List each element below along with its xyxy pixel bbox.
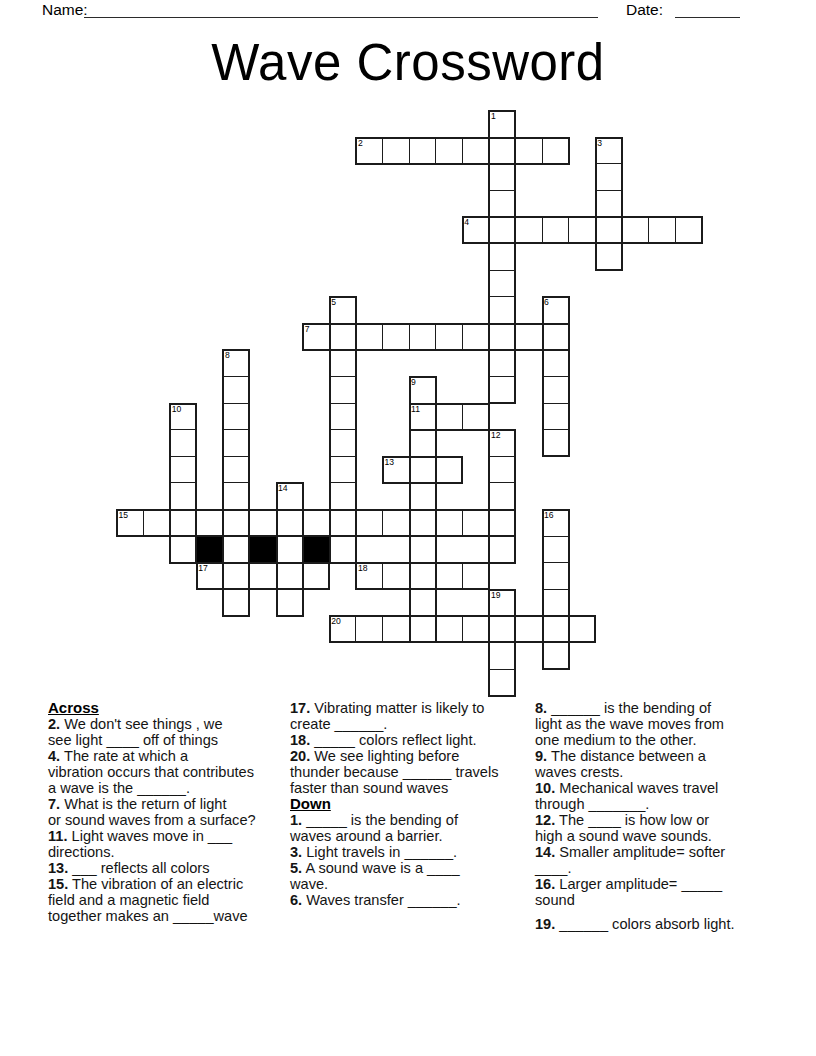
clue-down-12: 12. The ____ is how low or high a sound … <box>535 812 761 844</box>
grid-cell-r9-c14[interactable] <box>488 349 516 377</box>
grid-cell-r8-c10[interactable] <box>382 323 410 351</box>
grid-cell-r14-c14[interactable] <box>488 482 516 510</box>
grid-cell-r1-c12[interactable] <box>435 137 463 165</box>
grid-cell-r15-c9[interactable] <box>355 509 383 537</box>
grid-cell-r8-c15[interactable] <box>515 323 543 351</box>
grid-cell-r19-c12[interactable] <box>435 615 463 643</box>
clue-across-2: 2. We don't see things , we see light __… <box>48 716 288 748</box>
grid-cell-r15-c7[interactable] <box>302 509 330 537</box>
clue-number-down-16: 16. <box>535 876 555 892</box>
grid-cell-r6-c14[interactable] <box>488 270 516 298</box>
grid-cell-r8-c8[interactable] <box>329 323 357 351</box>
grid-cell-r15-c11[interactable] <box>409 509 437 537</box>
grid-cell-r7-c14[interactable] <box>488 296 516 324</box>
clue-down-3: 3. Light travels in ______. <box>290 844 538 860</box>
grid-cell-r10-c8[interactable] <box>329 376 357 404</box>
clue-number-down-5: 5. <box>290 860 302 876</box>
clue-down-16: 16. Larger amplitude= _____ sound <box>535 876 761 908</box>
grid-cell-r15-c14[interactable] <box>488 509 516 537</box>
grid-cell-r13-c2[interactable] <box>169 456 197 484</box>
cell-number-8: 8 <box>225 351 230 360</box>
grid-cell-r16-c2[interactable] <box>169 536 197 564</box>
grid-cell-r20-c14[interactable] <box>488 642 516 670</box>
grid-cell-r3-c18[interactable] <box>595 190 623 218</box>
grid-cell-r19-c10[interactable] <box>382 615 410 643</box>
grid-cell-r18-c4[interactable] <box>222 589 250 617</box>
clue-number-across-17: 17. <box>290 700 310 716</box>
grid-cell-r10-c16[interactable] <box>542 376 570 404</box>
clue-across-17: 17. Vibrating matter is likely to create… <box>290 700 538 732</box>
clue-down-10: 10. Mechanical waves travel through ____… <box>535 780 761 812</box>
grid-cell-r15-c6[interactable] <box>276 509 304 537</box>
grid-cell-r15-c8[interactable] <box>329 509 357 537</box>
grid-cell-r8-c12[interactable] <box>435 323 463 351</box>
grid-cell-r12-c11[interactable] <box>409 429 437 457</box>
grid-cell-r1-c13[interactable] <box>462 137 490 165</box>
clue-down-14: 14. Smaller amplitude= softer ____. <box>535 844 761 876</box>
grid-cell-r13-c14[interactable] <box>488 456 516 484</box>
clue-across-18: 18. _____ colors reflect light. <box>290 732 538 748</box>
grid-cell-r18-c11[interactable] <box>409 589 437 617</box>
clue-number-down-12: 12. <box>535 812 555 828</box>
clue-across-20: 20. We see lighting before thunder becau… <box>290 748 538 796</box>
grid-cell-r15-c10[interactable] <box>382 509 410 537</box>
grid-cell-r3-c14[interactable] <box>488 190 516 218</box>
clue-down-8: 8. ______ is the bending of light as the… <box>535 700 761 748</box>
grid-cell-r19-c14[interactable] <box>488 615 516 643</box>
clue-down-9: 9. The distance between a waves crests. <box>535 748 761 780</box>
clue-across-15: 15. The vibration of an electric field a… <box>48 876 288 924</box>
clue-number-across-20: 20. <box>290 748 310 764</box>
grid-cell-r13-c12[interactable] <box>435 456 463 484</box>
grid-cell-r19-c13[interactable] <box>462 615 490 643</box>
grid-cell-r5-c18[interactable] <box>595 243 623 271</box>
cell-number-15: 15 <box>119 511 129 520</box>
grid-cell-r10-c14[interactable] <box>488 376 516 404</box>
clue-column-1: Across2. We don't see things , we see li… <box>48 700 288 924</box>
clue-number-across-11: 11. <box>48 828 67 844</box>
name-blank-line[interactable] <box>84 17 598 18</box>
cell-number-6: 6 <box>544 298 549 307</box>
grid-cell-r8-c14[interactable] <box>488 323 516 351</box>
grid-cell-r14-c8[interactable] <box>329 482 357 510</box>
grid-cell-r19-c15[interactable] <box>515 615 543 643</box>
grid-cell-r15-c3[interactable] <box>196 509 224 537</box>
grid-cell-r11-c16[interactable] <box>542 403 570 431</box>
clue-across-7: 7. What is the return of light or sound … <box>48 796 288 828</box>
clue-number-down-8: 8. <box>535 700 547 716</box>
grid-cell-r16-c6[interactable] <box>276 536 304 564</box>
grid-cell-r11-c8[interactable] <box>329 403 357 431</box>
clue-down-5: 5. A sound wave is a ____ wave. <box>290 860 538 892</box>
grid-cell-r16-c8[interactable] <box>329 536 357 564</box>
grid-cell-r4-c16[interactable] <box>542 216 570 244</box>
grid-cell-r10-c4[interactable] <box>222 376 250 404</box>
grid-cell-r19-c16[interactable] <box>542 615 570 643</box>
grid-cell-r17-c16[interactable] <box>542 562 570 590</box>
black-cell-r16-c7 <box>302 536 330 564</box>
clue-number-across-18: 18. <box>290 732 310 748</box>
grid-cell-r12-c8[interactable] <box>329 429 357 457</box>
grid-cell-r11-c4[interactable] <box>222 403 250 431</box>
grid-cell-r16-c11[interactable] <box>409 536 437 564</box>
cell-number-13: 13 <box>385 458 395 467</box>
cell-number-20: 20 <box>331 617 341 626</box>
clue-across-13: 13. ___ reflects all colors <box>48 860 288 876</box>
grid-cell-r17-c12[interactable] <box>435 562 463 590</box>
grid-cell-r21-c14[interactable] <box>488 669 516 697</box>
down-heading: Down <box>290 796 538 812</box>
grid-cell-r17-c7[interactable] <box>302 562 330 590</box>
cell-number-14: 14 <box>278 484 288 493</box>
grid-cell-r13-c11[interactable] <box>409 456 437 484</box>
grid-cell-r17-c5[interactable] <box>249 562 277 590</box>
clue-down-19: 19. ______ colors absorb light. <box>535 916 761 932</box>
grid-cell-r15-c2[interactable] <box>169 509 197 537</box>
grid-cell-r19-c9[interactable] <box>355 615 383 643</box>
cell-number-10: 10 <box>172 405 182 414</box>
clue-number-down-6: 6. <box>290 892 302 908</box>
grid-cell-r2-c18[interactable] <box>595 163 623 191</box>
clue-number-down-3: 3. <box>290 844 302 860</box>
grid-cell-r4-c21[interactable] <box>675 216 703 244</box>
clue-number-down-9: 9. <box>535 748 547 764</box>
grid-cell-r15-c4[interactable] <box>222 509 250 537</box>
clue-across-11: 11. Light waves move in ___ directions. <box>48 828 288 860</box>
grid-cell-r1-c14[interactable] <box>488 137 516 165</box>
clue-number-across-13: 13. <box>48 860 68 876</box>
grid-cell-r18-c6[interactable] <box>276 589 304 617</box>
grid-cell-r17-c11[interactable] <box>409 562 437 590</box>
black-cell-r16-c3 <box>196 536 224 564</box>
cell-number-11: 11 <box>411 405 420 414</box>
grid-cell-r15-c12[interactable] <box>435 509 463 537</box>
worksheet-page: Name: Date: Wave Crossword 1234567891011… <box>0 0 816 1056</box>
cell-number-9: 9 <box>411 378 416 387</box>
clue-number-down-10: 10. <box>535 780 555 796</box>
grid-cell-r15-c5[interactable] <box>249 509 277 537</box>
grid-cell-r13-c4[interactable] <box>222 456 250 484</box>
grid-cell-r18-c16[interactable] <box>542 589 570 617</box>
grid-cell-r16-c14[interactable] <box>488 536 516 564</box>
cell-number-5: 5 <box>331 298 336 307</box>
grid-cell-r1-c10[interactable] <box>382 137 410 165</box>
cell-number-12: 12 <box>491 431 501 440</box>
grid-cell-r15-c13[interactable] <box>462 509 490 537</box>
clue-number-across-4: 4. <box>48 748 60 764</box>
grid-cell-r16-c16[interactable] <box>542 536 570 564</box>
cell-number-4: 4 <box>464 218 469 227</box>
grid-cell-r8-c13[interactable] <box>462 323 490 351</box>
grid-cell-r4-c14[interactable] <box>488 216 516 244</box>
clue-down-6: 6. Waves transfer ______. <box>290 892 538 908</box>
grid-cell-r8-c9[interactable] <box>355 323 383 351</box>
clue-number-across-2: 2. <box>48 716 60 732</box>
grid-cell-r4-c15[interactable] <box>515 216 543 244</box>
grid-cell-r8-c11[interactable] <box>409 323 437 351</box>
grid-cell-r17-c6[interactable] <box>276 562 304 590</box>
cell-number-2: 2 <box>358 139 363 148</box>
grid-cell-r17-c10[interactable] <box>382 562 410 590</box>
grid-cell-r1-c11[interactable] <box>409 137 437 165</box>
crossword-grid: 1234567891011121314151617181920 <box>116 110 706 700</box>
grid-cell-r17-c13[interactable] <box>462 562 490 590</box>
grid-cell-r20-c16[interactable] <box>542 642 570 670</box>
grid-cell-r14-c2[interactable] <box>169 482 197 510</box>
grid-cell-r2-c14[interactable] <box>488 163 516 191</box>
grid-cell-r17-c4[interactable] <box>222 562 250 590</box>
cell-number-19: 19 <box>491 591 501 600</box>
grid-cell-r11-c13[interactable] <box>462 403 490 431</box>
grid-cell-r9-c16[interactable] <box>542 349 570 377</box>
across-heading: Across <box>48 700 288 716</box>
grid-cell-r13-c8[interactable] <box>329 456 357 484</box>
grid-cell-r1-c15[interactable] <box>515 137 543 165</box>
grid-cell-r4-c17[interactable] <box>568 216 596 244</box>
grid-cell-r16-c4[interactable] <box>222 536 250 564</box>
clue-across-4: 4. The rate at which a vibration occurs … <box>48 748 288 796</box>
black-cell-r16-c5 <box>249 536 277 564</box>
grid-cell-r4-c19[interactable] <box>621 216 649 244</box>
grid-cell-r4-c18[interactable] <box>595 216 623 244</box>
grid-cell-r14-c11[interactable] <box>409 482 437 510</box>
grid-cell-r12-c4[interactable] <box>222 429 250 457</box>
grid-cell-r9-c8[interactable] <box>329 349 357 377</box>
clue-down-1: 1. _____ is the bending of waves around … <box>290 812 538 844</box>
cell-number-18: 18 <box>358 564 368 573</box>
clue-number-across-7: 7. <box>48 796 60 812</box>
clue-number-across-15: 15. <box>48 876 68 892</box>
clue-number-down-1: 1. <box>290 812 302 828</box>
grid-cell-r12-c2[interactable] <box>169 429 197 457</box>
clue-number-down-14: 14. <box>535 844 555 860</box>
cell-number-16: 16 <box>544 511 554 520</box>
grid-cell-r4-c20[interactable] <box>648 216 676 244</box>
grid-cell-r1-c16[interactable] <box>542 137 570 165</box>
clue-number-down-19: 19. <box>535 916 555 932</box>
clue-column-2: 17. Vibrating matter is likely to create… <box>290 700 538 908</box>
grid-cell-r12-c16[interactable] <box>542 429 570 457</box>
grid-cell-r19-c17[interactable] <box>568 615 596 643</box>
grid-cell-r11-c12[interactable] <box>435 403 463 431</box>
clue-column-3: 8. ______ is the bending of light as the… <box>535 700 761 932</box>
cell-number-3: 3 <box>597 139 602 148</box>
page-title: Wave Crossword <box>0 33 816 92</box>
grid-cell-r14-c4[interactable] <box>222 482 250 510</box>
cell-number-17: 17 <box>198 564 208 573</box>
grid-cell-r19-c11[interactable] <box>409 615 437 643</box>
cell-number-7: 7 <box>305 325 310 334</box>
grid-cell-r5-c14[interactable] <box>488 243 516 271</box>
date-label: Date: <box>626 1 663 19</box>
date-blank-line[interactable] <box>675 17 740 18</box>
cell-number-1: 1 <box>491 112 496 121</box>
name-label: Name: <box>42 1 88 19</box>
grid-cell-r15-c1[interactable] <box>143 509 171 537</box>
grid-cell-r8-c16[interactable] <box>542 323 570 351</box>
